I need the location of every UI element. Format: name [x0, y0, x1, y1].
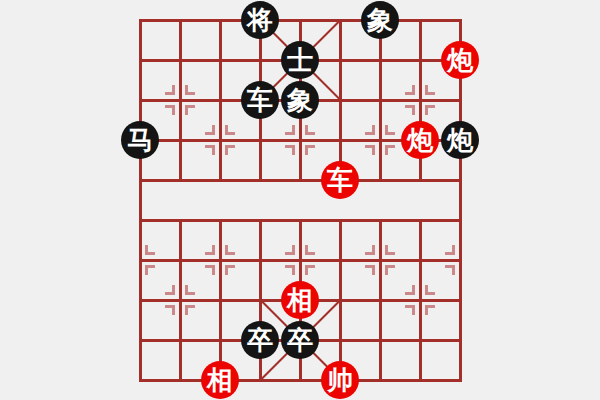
board-point-6-8[interactable] — [360, 320, 400, 360]
board-point-6-9[interactable] — [360, 360, 400, 400]
board-point-5-6[interactable] — [320, 240, 360, 280]
board-point-8-6[interactable] — [440, 240, 480, 280]
board-point-0-8[interactable] — [120, 320, 160, 360]
board-point-7-6[interactable] — [400, 240, 440, 280]
board-point-8-4[interactable] — [440, 160, 480, 200]
board-point-3-4[interactable] — [240, 160, 280, 200]
board-point-6-3[interactable] — [360, 120, 400, 160]
board-point-0-1[interactable] — [120, 40, 160, 80]
board-point-6-4[interactable] — [360, 160, 400, 200]
board-point-7-4[interactable] — [400, 160, 440, 200]
piece-red-cannon[interactable]: 炮 — [441, 41, 479, 79]
board-point-8-5[interactable] — [440, 200, 480, 240]
board-point-1-6[interactable] — [160, 240, 200, 280]
board-point-5-1[interactable] — [320, 40, 360, 80]
piece-black-advisor[interactable]: 士 — [281, 41, 319, 79]
board-point-1-3[interactable] — [160, 120, 200, 160]
piece-black-pawn[interactable]: 卒 — [281, 321, 319, 359]
board-point-7-9[interactable] — [400, 360, 440, 400]
board-point-2-1[interactable] — [200, 40, 240, 80]
board-point-5-3[interactable] — [320, 120, 360, 160]
board-point-2-8[interactable] — [200, 320, 240, 360]
board-point-6-7[interactable] — [360, 280, 400, 320]
board-point-1-1[interactable] — [160, 40, 200, 80]
board-point-1-5[interactable] — [160, 200, 200, 240]
board-point-6-5[interactable] — [360, 200, 400, 240]
board-point-1-0[interactable] — [160, 0, 200, 40]
board-point-0-6[interactable] — [120, 240, 160, 280]
board-point-0-5[interactable] — [120, 200, 160, 240]
piece-red-elephant[interactable]: 相 — [201, 361, 239, 399]
board-point-3-3[interactable] — [240, 120, 280, 160]
board-point-1-8[interactable] — [160, 320, 200, 360]
board-point-5-7[interactable] — [320, 280, 360, 320]
piece-red-cannon[interactable]: 炮 — [401, 121, 439, 159]
board-point-6-1[interactable] — [360, 40, 400, 80]
board-point-8-8[interactable] — [440, 320, 480, 360]
board-point-3-1[interactable] — [240, 40, 280, 80]
board-point-1-4[interactable] — [160, 160, 200, 200]
piece-black-chariot[interactable]: 车 — [241, 81, 279, 119]
board-point-3-9[interactable] — [240, 360, 280, 400]
board-point-0-7[interactable] — [120, 280, 160, 320]
board-point-2-5[interactable] — [200, 200, 240, 240]
piece-black-cannon[interactable]: 炮 — [441, 121, 479, 159]
board-point-2-7[interactable] — [200, 280, 240, 320]
board-point-2-6[interactable] — [200, 240, 240, 280]
board-point-4-6[interactable] — [280, 240, 320, 280]
board-point-5-0[interactable] — [320, 0, 360, 40]
board-point-4-9[interactable] — [280, 360, 320, 400]
board-point-5-8[interactable] — [320, 320, 360, 360]
board-point-8-2[interactable] — [440, 80, 480, 120]
board-point-1-7[interactable] — [160, 280, 200, 320]
board-point-8-7[interactable] — [440, 280, 480, 320]
xiangqi-board: 将象士炮车象马炮炮车相卒卒相帅 — [0, 0, 600, 400]
board-point-4-5[interactable] — [280, 200, 320, 240]
board-point-5-5[interactable] — [320, 200, 360, 240]
board-point-4-3[interactable] — [280, 120, 320, 160]
board-point-4-0[interactable] — [280, 0, 320, 40]
piece-red-general[interactable]: 帅 — [321, 361, 359, 399]
board-point-3-5[interactable] — [240, 200, 280, 240]
board-point-0-0[interactable] — [120, 0, 160, 40]
piece-black-pawn[interactable]: 卒 — [241, 321, 279, 359]
board-point-1-9[interactable] — [160, 360, 200, 400]
board-point-2-3[interactable] — [200, 120, 240, 160]
board-point-7-2[interactable] — [400, 80, 440, 120]
piece-black-elephant[interactable]: 象 — [361, 1, 399, 39]
board-point-7-5[interactable] — [400, 200, 440, 240]
board-point-2-2[interactable] — [200, 80, 240, 120]
board-point-2-4[interactable] — [200, 160, 240, 200]
board-point-4-4[interactable] — [280, 160, 320, 200]
board-point-6-6[interactable] — [360, 240, 400, 280]
board-point-8-0[interactable] — [440, 0, 480, 40]
board-point-3-7[interactable] — [240, 280, 280, 320]
board-point-0-2[interactable] — [120, 80, 160, 120]
piece-red-elephant[interactable]: 相 — [281, 281, 319, 319]
board-point-6-2[interactable] — [360, 80, 400, 120]
board-point-3-6[interactable] — [240, 240, 280, 280]
piece-black-elephant[interactable]: 象 — [281, 81, 319, 119]
board-point-7-1[interactable] — [400, 40, 440, 80]
board-point-8-9[interactable] — [440, 360, 480, 400]
piece-black-horse[interactable]: 马 — [121, 121, 159, 159]
board-point-7-0[interactable] — [400, 0, 440, 40]
board-point-2-0[interactable] — [200, 0, 240, 40]
board-point-1-2[interactable] — [160, 80, 200, 120]
board-point-7-8[interactable] — [400, 320, 440, 360]
piece-black-general[interactable]: 将 — [241, 1, 279, 39]
board-point-7-7[interactable] — [400, 280, 440, 320]
board-point-0-4[interactable] — [120, 160, 160, 200]
board-point-0-9[interactable] — [120, 360, 160, 400]
board-point-5-2[interactable] — [320, 80, 360, 120]
piece-red-chariot[interactable]: 车 — [321, 161, 359, 199]
